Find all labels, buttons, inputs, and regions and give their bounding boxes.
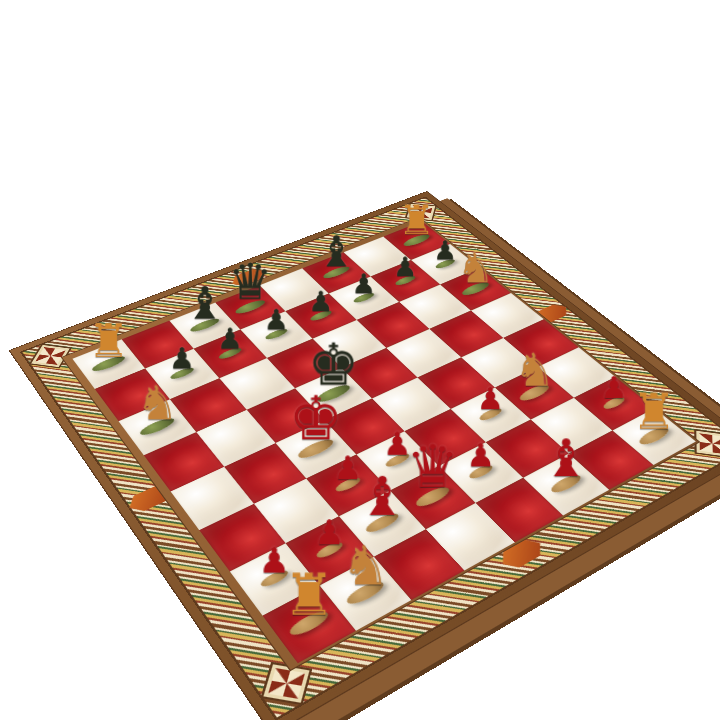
black-bishop-f8: ♝ — [317, 230, 355, 272]
black-knight-a6: ♞ — [136, 379, 178, 426]
chess-scene: ♜♝♛♝♜♟♟♟♟♟♟♟♞♞♚♚♟♟♟♞♟♟♝♛♟♟♜♞♝♜ — [10, 192, 720, 720]
black-pawn-d7: ♟ — [264, 306, 289, 334]
black-knight-h6: ♞ — [457, 247, 494, 288]
board-outer-frame: ♜♝♛♝♜♟♟♟♟♟♟♟♞♞♚♚♟♟♟♞♟♟♝♛♟♟♜♞♝♜ — [10, 192, 720, 720]
red-pawn-e2: ♟ — [467, 440, 496, 472]
black-pawn-c7: ♟ — [217, 325, 243, 354]
square-d7: ♟ — [240, 311, 312, 358]
board-frame-mosaic: ♜♝♛♝♜♟♟♟♟♟♟♟♞♞♚♚♟♟♟♞♟♟♝♛♟♟♜♞♝♜ — [20, 197, 720, 720]
red-pawn-h2: ♟ — [601, 373, 628, 403]
photo-stage: ♜♝♛♝♜♟♟♟♟♟♟♟♞♞♚♚♟♟♟♞♟♟♝♛♟♟♜♞♝♜ — [0, 0, 720, 720]
red-knight-g3: ♞ — [514, 347, 555, 393]
red-rook-a1: ♜ — [283, 565, 335, 623]
red-rook-h1: ♜ — [632, 386, 677, 436]
red-bishop-c2: ♝ — [358, 469, 406, 523]
red-pawn-f3: ♟ — [477, 384, 504, 414]
black-rook-a8: ♜ — [88, 317, 130, 363]
chess-board: ♜♝♛♝♜♟♟♟♟♟♟♟♞♞♚♚♟♟♟♞♟♟♝♛♟♟♜♞♝♜ — [72, 221, 695, 663]
black-pawn-f7: ♟ — [352, 271, 376, 298]
black-pawn-h7: ♟ — [434, 238, 458, 264]
black-pawn-e7: ♟ — [309, 288, 334, 316]
board-inner-fillet: ♜♝♛♝♜♟♟♟♟♟♟♟♞♞♚♚♟♟♟♞♟♟♝♛♟♟♜♞♝♜ — [61, 217, 701, 671]
red-knight-b1: ♞ — [341, 538, 390, 592]
red-king-c4: ♚ — [289, 388, 343, 449]
black-rook-h8: ♜ — [398, 199, 435, 240]
black-bishop-c8: ♝ — [185, 280, 225, 325]
mosaic-rosette-icon — [263, 664, 309, 702]
black-queen-d8: ♛ — [228, 257, 272, 306]
black-pawn-b7: ♟ — [169, 344, 195, 373]
black-pawn-g7: ♟ — [393, 254, 417, 281]
mosaic-rosette-icon — [696, 431, 720, 457]
red-queen-d2: ♛ — [406, 438, 459, 497]
red-bishop-f1: ♝ — [543, 432, 589, 484]
